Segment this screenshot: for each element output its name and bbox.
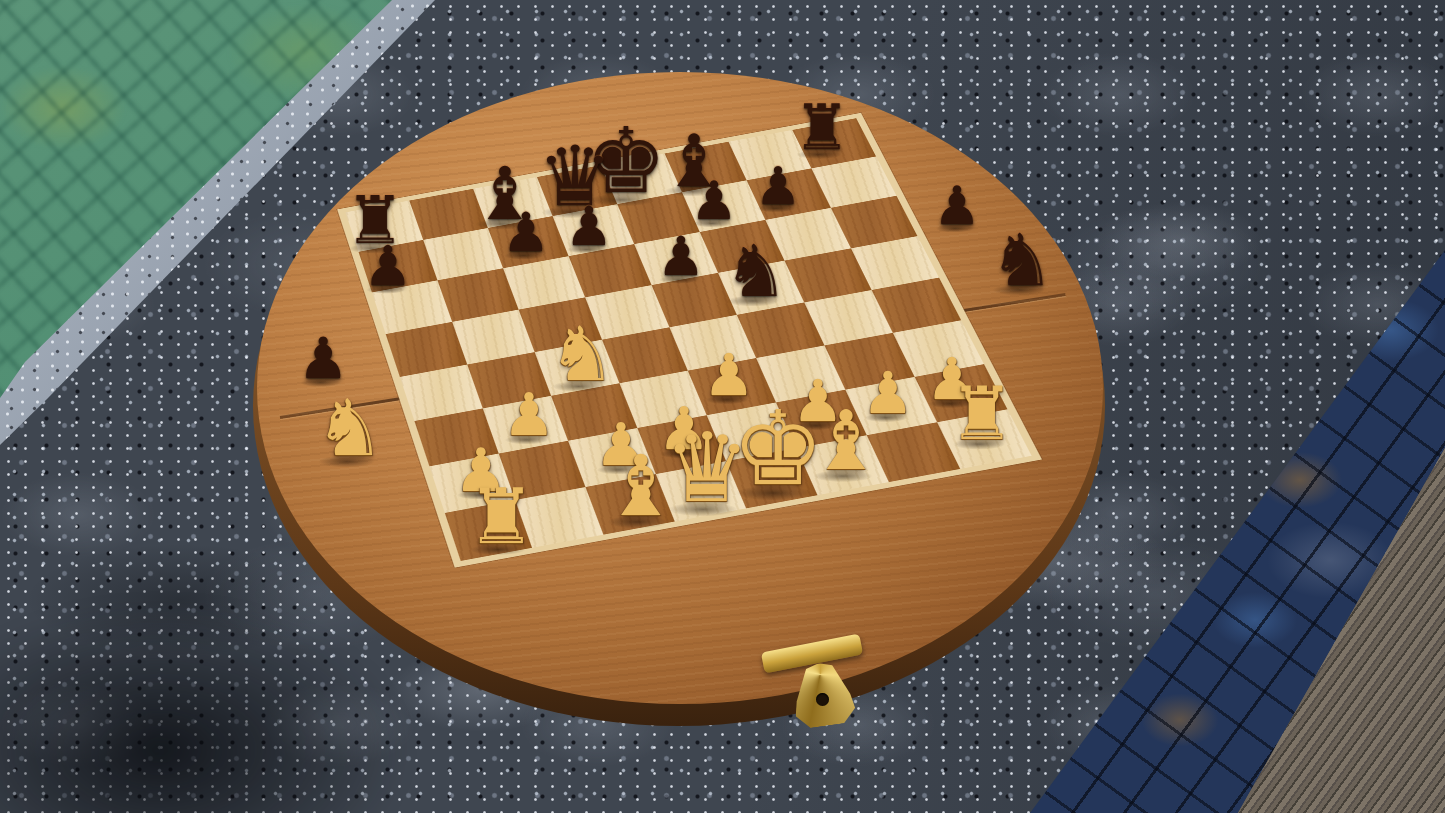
piece-black-pawn-left-rim[interactable]: ♟ — [297, 330, 348, 387]
white-knight-icon: ♞ — [548, 317, 615, 392]
black-rook-icon: ♜ — [794, 96, 850, 159]
white-bishop-icon: ♝ — [603, 444, 678, 528]
black-knight-icon: ♞ — [990, 224, 1055, 296]
piece-black-pawn-a7[interactable]: ♟ — [363, 239, 412, 294]
piece-black-knight-right-rim[interactable]: ♞ — [990, 224, 1055, 296]
piece-black-knight-f5[interactable]: ♞ — [724, 235, 789, 307]
black-pawn-icon: ♟ — [933, 179, 981, 232]
piece-black-pawn-f7[interactable]: ♟ — [690, 174, 738, 227]
piece-white-knight-left-rim[interactable]: ♞ — [315, 389, 385, 467]
black-pawn-icon: ♟ — [502, 206, 550, 260]
piece-black-rook-h8[interactable]: ♜ — [794, 96, 850, 159]
piece-black-pawn-c7[interactable]: ♟ — [502, 206, 550, 260]
piece-white-knight-c4[interactable]: ♞ — [548, 317, 615, 392]
piece-white-bishop-c1[interactable]: ♝ — [603, 444, 678, 528]
brass-latch-hole — [816, 693, 829, 706]
piece-black-pawn-right-rim[interactable]: ♟ — [933, 179, 981, 232]
black-pawn-icon: ♟ — [565, 200, 613, 254]
black-pawn-icon: ♟ — [755, 160, 802, 212]
black-pawn-icon: ♟ — [690, 174, 738, 227]
piece-black-pawn-g7[interactable]: ♟ — [755, 160, 802, 212]
black-pawn-icon: ♟ — [363, 239, 412, 294]
white-knight-icon: ♞ — [315, 389, 385, 467]
piece-white-pawn-b3[interactable]: ♟ — [503, 385, 556, 444]
piece-black-pawn-d7[interactable]: ♟ — [565, 200, 613, 254]
black-knight-icon: ♞ — [724, 235, 789, 307]
white-rook-icon: ♜ — [949, 377, 1014, 450]
scene: ♜♝♚♟♛♝♟♟♜♟♟♟♞♟♞♟♞♟♟♟♟♟♜♟♞♟♝♚♟♛♝♜ — [0, 0, 1445, 813]
black-pawn-icon: ♟ — [657, 230, 705, 284]
black-pawn-icon: ♟ — [297, 330, 348, 387]
piece-black-pawn-e6[interactable]: ♟ — [657, 230, 705, 284]
white-pawn-icon: ♟ — [503, 385, 556, 444]
white-rook-icon: ♜ — [467, 479, 535, 555]
piece-white-rook-a1[interactable]: ♜ — [467, 479, 535, 555]
piece-white-rook-h1[interactable]: ♜ — [949, 377, 1014, 450]
